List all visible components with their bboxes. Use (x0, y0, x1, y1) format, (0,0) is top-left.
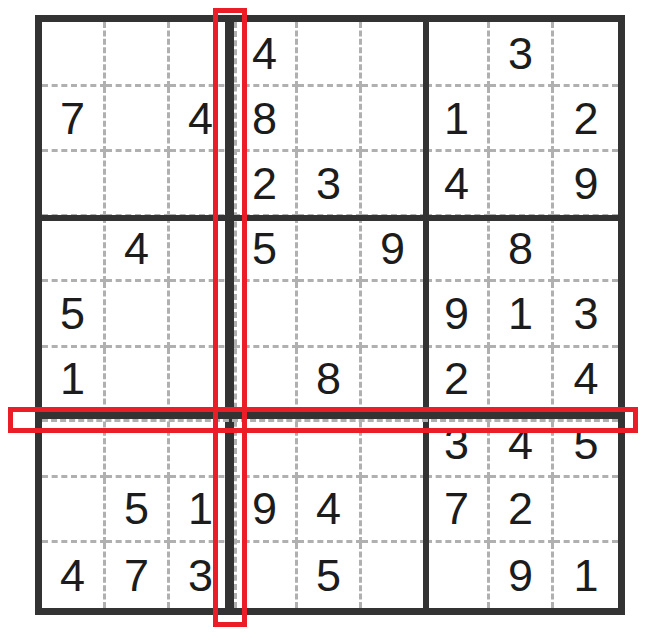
cell-r4c2[interactable]: 4 (106, 217, 170, 282)
cell-r8c2[interactable]: 5 (106, 478, 170, 543)
cell-r8c6[interactable] (362, 478, 426, 543)
cell-r7c5[interactable] (298, 413, 362, 478)
cell-r7c2[interactable] (106, 413, 170, 478)
cell-r5c9[interactable]: 3 (554, 282, 618, 347)
cell-r2c1[interactable]: 7 (42, 87, 106, 152)
cell-r1c1[interactable] (42, 22, 106, 87)
cell-r4c8[interactable]: 8 (490, 217, 554, 282)
cell-r8c7[interactable]: 7 (426, 478, 490, 543)
sudoku-diagram: 43748122349459859131824345519472473591 (0, 0, 654, 642)
cell-r9c4[interactable] (234, 543, 298, 608)
sudoku-cells: 43748122349459859131824345519472473591 (42, 22, 618, 608)
cell-r2c5[interactable] (298, 87, 362, 152)
cell-r2c4[interactable]: 8 (234, 87, 298, 152)
cell-r5c5[interactable] (298, 282, 362, 347)
cell-r4c1[interactable] (42, 217, 106, 282)
cell-r4c6[interactable]: 9 (362, 217, 426, 282)
cell-r7c9[interactable]: 5 (554, 413, 618, 478)
dashed-line-col3-col4 (234, 22, 237, 608)
cell-r3c6[interactable] (362, 152, 426, 217)
cell-r6c2[interactable] (106, 348, 170, 413)
dashed-line-row6-row7 (42, 419, 618, 422)
cell-r9c6[interactable] (362, 543, 426, 608)
cell-r1c7[interactable] (426, 22, 490, 87)
cell-r6c5[interactable]: 8 (298, 348, 362, 413)
cell-r2c6[interactable] (362, 87, 426, 152)
cell-r5c2[interactable] (106, 282, 170, 347)
cell-r9c7[interactable] (426, 543, 490, 608)
cell-r1c9[interactable] (554, 22, 618, 87)
cell-r6c9[interactable]: 4 (554, 348, 618, 413)
cell-r3c2[interactable] (106, 152, 170, 217)
box-border-row6-row7 (42, 412, 618, 419)
cell-r4c5[interactable] (298, 217, 362, 282)
cell-r7c4[interactable] (234, 413, 298, 478)
cell-r4c9[interactable] (554, 217, 618, 282)
cell-r2c8[interactable] (490, 87, 554, 152)
cell-r9c5[interactable]: 5 (298, 543, 362, 608)
cell-r8c9[interactable] (554, 478, 618, 543)
cell-r4c7[interactable] (426, 217, 490, 282)
cell-r1c4[interactable]: 4 (234, 22, 298, 87)
box-border-col6-col7 (423, 22, 429, 608)
cell-r5c6[interactable] (362, 282, 426, 347)
cell-r7c1[interactable] (42, 413, 106, 478)
cell-r1c2[interactable] (106, 22, 170, 87)
cell-r8c8[interactable]: 2 (490, 478, 554, 543)
cell-r2c2[interactable] (106, 87, 170, 152)
cell-r1c8[interactable]: 3 (490, 22, 554, 87)
cell-r3c5[interactable]: 3 (298, 152, 362, 217)
cell-r9c9[interactable]: 1 (554, 543, 618, 608)
cell-r7c8[interactable]: 4 (490, 413, 554, 478)
cell-r9c2[interactable]: 7 (106, 543, 170, 608)
cell-r9c8[interactable]: 9 (490, 543, 554, 608)
cell-r1c5[interactable] (298, 22, 362, 87)
cell-r6c6[interactable] (362, 348, 426, 413)
cell-r2c9[interactable]: 2 (554, 87, 618, 152)
cell-r3c8[interactable] (490, 152, 554, 217)
cell-r5c4[interactable] (234, 282, 298, 347)
cell-r6c8[interactable] (490, 348, 554, 413)
cell-r3c1[interactable] (42, 152, 106, 217)
cell-r8c1[interactable] (42, 478, 106, 543)
cell-r6c4[interactable] (234, 348, 298, 413)
cell-r5c8[interactable]: 1 (490, 282, 554, 347)
cell-r2c7[interactable]: 1 (426, 87, 490, 152)
cell-r4c4[interactable]: 5 (234, 217, 298, 282)
cell-r3c4[interactable]: 2 (234, 152, 298, 217)
cell-r6c7[interactable]: 2 (426, 348, 490, 413)
box-border-col3-col4 (225, 22, 234, 608)
cell-r1c6[interactable] (362, 22, 426, 87)
cell-r8c5[interactable]: 4 (298, 478, 362, 543)
cell-r7c6[interactable] (362, 413, 426, 478)
cell-r9c1[interactable]: 4 (42, 543, 106, 608)
box-border-row3-row4 (42, 215, 618, 221)
cell-r3c7[interactable]: 4 (426, 152, 490, 217)
cell-r3c9[interactable]: 9 (554, 152, 618, 217)
cell-r7c7[interactable]: 3 (426, 413, 490, 478)
cell-r8c4[interactable]: 9 (234, 478, 298, 543)
cell-r6c1[interactable]: 1 (42, 348, 106, 413)
sudoku-board: 43748122349459859131824345519472473591 (35, 15, 625, 615)
cell-r5c1[interactable]: 5 (42, 282, 106, 347)
cell-r5c7[interactable]: 9 (426, 282, 490, 347)
